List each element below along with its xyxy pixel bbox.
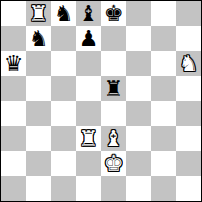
square-c5[interactable] (51, 76, 76, 101)
square-e4[interactable] (101, 101, 126, 126)
square-b3[interactable] (26, 126, 51, 151)
square-a4[interactable] (1, 101, 26, 126)
square-e8[interactable]: ♚ (101, 1, 126, 26)
square-g3[interactable] (151, 126, 176, 151)
square-c4[interactable] (51, 101, 76, 126)
white-bishop-piece: ♝ (104, 126, 124, 151)
square-d2[interactable] (76, 151, 101, 176)
white-rook-piece: ♜ (29, 1, 49, 26)
square-f3[interactable] (126, 126, 151, 151)
square-f8[interactable] (126, 1, 151, 26)
square-b7[interactable]: ♞ (26, 26, 51, 51)
square-a6[interactable]: ♛ (1, 51, 26, 76)
square-b8[interactable]: ♜ (26, 1, 51, 26)
square-f6[interactable] (126, 51, 151, 76)
square-a7[interactable] (1, 26, 26, 51)
square-e7[interactable] (101, 26, 126, 51)
square-h5[interactable] (176, 76, 201, 101)
black-knight-piece: ♞ (54, 1, 74, 26)
square-h7[interactable] (176, 26, 201, 51)
square-g7[interactable] (151, 26, 176, 51)
square-e2[interactable]: ♚ (101, 151, 126, 176)
square-d4[interactable] (76, 101, 101, 126)
square-f1[interactable] (126, 176, 151, 201)
square-b4[interactable] (26, 101, 51, 126)
square-d8[interactable]: ♝ (76, 1, 101, 26)
black-rook-piece: ♜ (104, 76, 124, 101)
square-a5[interactable] (1, 76, 26, 101)
square-d7[interactable]: ♟ (76, 26, 101, 51)
square-g1[interactable] (151, 176, 176, 201)
square-a3[interactable] (1, 126, 26, 151)
square-a8[interactable] (1, 1, 26, 26)
square-a1[interactable] (1, 176, 26, 201)
square-f7[interactable] (126, 26, 151, 51)
square-b6[interactable] (26, 51, 51, 76)
square-h6[interactable]: ♞ (176, 51, 201, 76)
square-f4[interactable] (126, 101, 151, 126)
square-g6[interactable] (151, 51, 176, 76)
square-d3[interactable]: ♜ (76, 126, 101, 151)
square-h1[interactable] (176, 176, 201, 201)
square-c7[interactable] (51, 26, 76, 51)
square-d1[interactable] (76, 176, 101, 201)
square-h8[interactable] (176, 1, 201, 26)
square-b2[interactable] (26, 151, 51, 176)
square-g8[interactable] (151, 1, 176, 26)
white-rook-piece: ♜ (79, 126, 99, 151)
square-c2[interactable] (51, 151, 76, 176)
square-f5[interactable] (126, 76, 151, 101)
black-queen-piece: ♛ (4, 51, 24, 76)
square-e3[interactable]: ♝ (101, 126, 126, 151)
square-e6[interactable] (101, 51, 126, 76)
square-d5[interactable] (76, 76, 101, 101)
square-g4[interactable] (151, 101, 176, 126)
black-pawn-piece: ♟ (79, 26, 99, 51)
square-a2[interactable] (1, 151, 26, 176)
square-e5[interactable]: ♜ (101, 76, 126, 101)
square-h4[interactable] (176, 101, 201, 126)
chess-board: ♜♞♝♚♞♟♛♞♜♜♝♚ (0, 0, 202, 202)
chess-diagram: ♜♞♝♚♞♟♛♞♜♜♝♚ (0, 0, 202, 202)
square-e1[interactable] (101, 176, 126, 201)
square-g5[interactable] (151, 76, 176, 101)
white-knight-piece: ♞ (179, 51, 199, 76)
square-b1[interactable] (26, 176, 51, 201)
black-bishop-piece: ♝ (79, 1, 99, 26)
square-g2[interactable] (151, 151, 176, 176)
square-c8[interactable]: ♞ (51, 1, 76, 26)
black-knight-piece: ♞ (29, 26, 49, 51)
square-h3[interactable] (176, 126, 201, 151)
black-king-piece: ♚ (104, 1, 124, 26)
square-c6[interactable] (51, 51, 76, 76)
square-d6[interactable] (76, 51, 101, 76)
square-b5[interactable] (26, 76, 51, 101)
square-f2[interactable] (126, 151, 151, 176)
white-king-piece: ♚ (104, 151, 124, 176)
square-h2[interactable] (176, 151, 201, 176)
square-c1[interactable] (51, 176, 76, 201)
square-c3[interactable] (51, 126, 76, 151)
